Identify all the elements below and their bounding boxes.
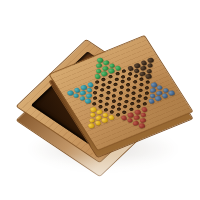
product-photo (0, 0, 200, 200)
peg-red[interactable] (137, 122, 146, 129)
peg-blue[interactable] (167, 90, 176, 97)
